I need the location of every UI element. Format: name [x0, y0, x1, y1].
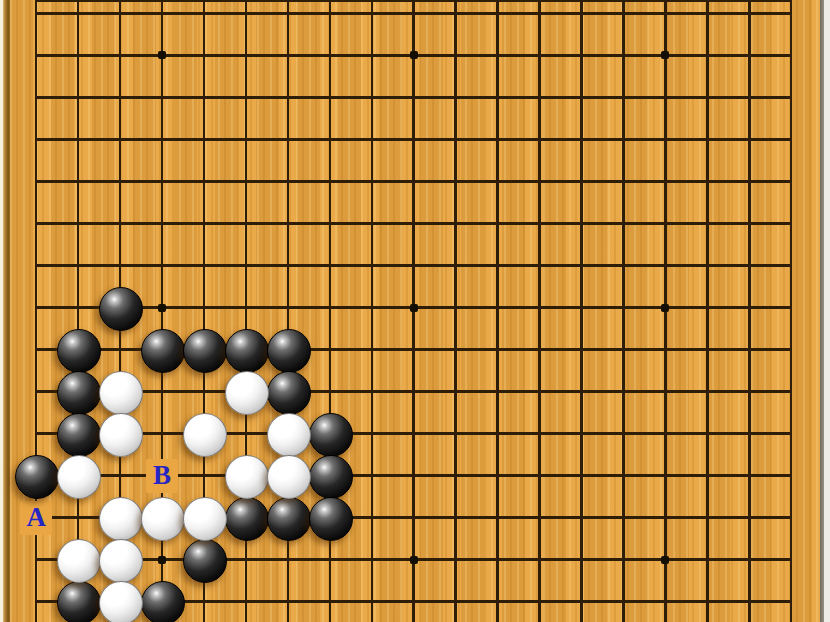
black-stone: [141, 581, 185, 622]
grid-line-horizontal: [35, 138, 793, 141]
white-stone: [225, 371, 269, 415]
star-point: [410, 304, 418, 312]
black-stone: [99, 287, 143, 331]
label-B-point[interactable]: B: [146, 459, 178, 493]
white-stone: [225, 455, 269, 499]
label-A-point[interactable]: A: [20, 501, 52, 535]
white-stone: [99, 413, 143, 457]
white-stone: [267, 455, 311, 499]
black-stone: [267, 329, 311, 373]
star-point: [158, 51, 166, 59]
grid-line-horizontal-cropped: [35, 0, 793, 2]
white-stone: [99, 539, 143, 583]
black-stone: [225, 497, 269, 541]
grid-line-vertical: [77, 0, 80, 622]
black-stone: [267, 371, 311, 415]
grid-line-vertical: [748, 0, 751, 622]
star-point: [158, 304, 166, 312]
star-point: [661, 51, 669, 59]
grid-line-horizontal: [35, 12, 793, 15]
grid-line-vertical: [538, 0, 541, 622]
black-stone: [57, 329, 101, 373]
grid-line-horizontal: [35, 96, 793, 99]
star-point: [410, 556, 418, 564]
star-point: [661, 304, 669, 312]
black-stone: [57, 371, 101, 415]
white-stone: [99, 497, 143, 541]
grid-line-vertical: [496, 0, 499, 622]
grid-line-vertical: [622, 0, 625, 622]
black-stone: [141, 329, 185, 373]
grid-line-horizontal: [35, 222, 793, 225]
white-stone: [99, 581, 143, 622]
grid-line-vertical: [371, 0, 374, 622]
black-stone: [183, 329, 227, 373]
grid-line-vertical: [580, 0, 583, 622]
white-stone: [57, 539, 101, 583]
white-stone: [183, 497, 227, 541]
black-stone: [309, 455, 353, 499]
label-B-text: B: [153, 462, 171, 489]
star-point: [410, 51, 418, 59]
page-background-right: [824, 0, 830, 622]
black-stone: [57, 413, 101, 457]
grid-line-vertical: [454, 0, 457, 622]
grid-line-vertical: [706, 0, 709, 622]
grid-line-horizontal: [35, 432, 793, 435]
board-left-side-edge: [3, 0, 10, 622]
white-stone: [57, 455, 101, 499]
label-A-text: A: [26, 504, 46, 531]
black-stone: [267, 497, 311, 541]
white-stone: [267, 413, 311, 457]
board-surface[interactable]: AB: [10, 0, 820, 622]
white-stone: [183, 413, 227, 457]
black-stone: [183, 539, 227, 583]
white-stone: [99, 371, 143, 415]
grid-line-vertical: [790, 0, 793, 622]
black-stone: [309, 413, 353, 457]
black-stone: [309, 497, 353, 541]
go-board-screenshot: AB: [0, 0, 830, 622]
star-point: [661, 556, 669, 564]
white-stone: [141, 497, 185, 541]
black-stone: [225, 329, 269, 373]
black-stone: [57, 581, 101, 622]
grid-line-horizontal: [35, 264, 793, 267]
star-point: [158, 556, 166, 564]
grid-line-horizontal: [35, 390, 793, 393]
grid-line-horizontal: [35, 180, 793, 183]
black-stone: [15, 455, 59, 499]
